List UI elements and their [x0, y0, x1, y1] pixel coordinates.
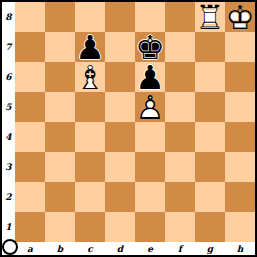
white-king-h8[interactable]: ♚♔: [225, 2, 255, 32]
file-label-g: g: [195, 242, 225, 255]
square-b2[interactable]: [45, 182, 75, 212]
square-g8[interactable]: ♜♖: [195, 2, 225, 32]
square-g4[interactable]: [195, 122, 225, 152]
square-f6[interactable]: [165, 62, 195, 92]
square-d1[interactable]: [105, 212, 135, 242]
square-c7[interactable]: ♟: [75, 32, 105, 62]
square-e2[interactable]: [135, 182, 165, 212]
square-f7[interactable]: [165, 32, 195, 62]
square-b8[interactable]: [45, 2, 75, 32]
square-c1[interactable]: [75, 212, 105, 242]
piece-fill-layer: ♜: [195, 2, 225, 32]
square-g7[interactable]: [195, 32, 225, 62]
black-pawn-c7[interactable]: ♟: [75, 32, 105, 62]
file-labels: abcdefgh: [15, 242, 255, 255]
square-h7[interactable]: [225, 32, 255, 62]
square-a6[interactable]: [15, 62, 45, 92]
piece-outline-layer: ♔: [225, 2, 255, 32]
square-a8[interactable]: [15, 2, 45, 32]
square-e1[interactable]: [135, 212, 165, 242]
square-a7[interactable]: [15, 32, 45, 62]
piece-fill-layer: ♚: [225, 2, 255, 32]
piece-outline-layer: ♙: [135, 92, 165, 122]
square-c4[interactable]: [75, 122, 105, 152]
square-f2[interactable]: [165, 182, 195, 212]
white-to-move-indicator: [2, 239, 18, 255]
rank-label-3: 3: [2, 152, 15, 182]
square-c2[interactable]: [75, 182, 105, 212]
square-g5[interactable]: [195, 92, 225, 122]
square-h8[interactable]: ♚♔: [225, 2, 255, 32]
square-c8[interactable]: [75, 2, 105, 32]
square-g6[interactable]: [195, 62, 225, 92]
square-e8[interactable]: [135, 2, 165, 32]
piece-glyph: ♟: [135, 62, 165, 92]
square-e4[interactable]: [135, 122, 165, 152]
square-d7[interactable]: [105, 32, 135, 62]
file-label-h: h: [225, 242, 255, 255]
square-d3[interactable]: [105, 152, 135, 182]
piece-outline-layer: ♗: [75, 62, 105, 92]
square-f3[interactable]: [165, 152, 195, 182]
square-e7[interactable]: ♚: [135, 32, 165, 62]
square-g2[interactable]: [195, 182, 225, 212]
square-a1[interactable]: [15, 212, 45, 242]
rank-label-5: 5: [2, 92, 15, 122]
square-h5[interactable]: [225, 92, 255, 122]
rank-label-8: 8: [2, 2, 15, 32]
black-king-e7[interactable]: ♚: [135, 32, 165, 62]
square-h2[interactable]: [225, 182, 255, 212]
square-f8[interactable]: [165, 2, 195, 32]
square-a3[interactable]: [15, 152, 45, 182]
white-bishop-c6[interactable]: ♝♗: [75, 62, 105, 92]
file-label-d: d: [105, 242, 135, 255]
square-g1[interactable]: [195, 212, 225, 242]
square-e5[interactable]: ♟♙: [135, 92, 165, 122]
piece-glyph: ♚: [135, 32, 165, 62]
black-pawn-e6[interactable]: ♟: [135, 62, 165, 92]
rank-label-7: 7: [2, 32, 15, 62]
square-h4[interactable]: [225, 122, 255, 152]
square-b1[interactable]: [45, 212, 75, 242]
square-b4[interactable]: [45, 122, 75, 152]
piece-fill-layer: ♟: [135, 92, 165, 122]
file-label-b: b: [45, 242, 75, 255]
square-c5[interactable]: [75, 92, 105, 122]
file-label-c: c: [75, 242, 105, 255]
file-label-e: e: [135, 242, 165, 255]
square-c3[interactable]: [75, 152, 105, 182]
square-e6[interactable]: ♟: [135, 62, 165, 92]
square-c6[interactable]: ♝♗: [75, 62, 105, 92]
square-h6[interactable]: [225, 62, 255, 92]
file-label-a: a: [15, 242, 45, 255]
square-d8[interactable]: [105, 2, 135, 32]
square-e3[interactable]: [135, 152, 165, 182]
square-g3[interactable]: [195, 152, 225, 182]
rank-label-6: 6: [2, 62, 15, 92]
piece-glyph: ♟: [75, 32, 105, 62]
square-b5[interactable]: [45, 92, 75, 122]
chess-board[interactable]: ♜♖♚♔♟♚♝♗♟♟♙: [15, 2, 255, 242]
square-b3[interactable]: [45, 152, 75, 182]
square-f5[interactable]: [165, 92, 195, 122]
square-b7[interactable]: [45, 32, 75, 62]
chess-diagram: 87654321 ♜♖♚♔♟♚♝♗♟♟♙ abcdefgh: [0, 0, 257, 257]
square-d6[interactable]: [105, 62, 135, 92]
square-a4[interactable]: [15, 122, 45, 152]
square-h1[interactable]: [225, 212, 255, 242]
rank-label-1: 1: [2, 212, 15, 242]
rank-label-2: 2: [2, 182, 15, 212]
square-d4[interactable]: [105, 122, 135, 152]
file-label-f: f: [165, 242, 195, 255]
piece-fill-layer: ♝: [75, 62, 105, 92]
square-f1[interactable]: [165, 212, 195, 242]
square-d5[interactable]: [105, 92, 135, 122]
piece-outline-layer: ♖: [195, 2, 225, 32]
square-a2[interactable]: [15, 182, 45, 212]
square-a5[interactable]: [15, 92, 45, 122]
square-f4[interactable]: [165, 122, 195, 152]
rank-labels: 87654321: [2, 2, 15, 242]
white-rook-g8[interactable]: ♜♖: [195, 2, 225, 32]
square-d2[interactable]: [105, 182, 135, 212]
rank-label-4: 4: [2, 122, 15, 152]
square-h3[interactable]: [225, 152, 255, 182]
square-b6[interactable]: [45, 62, 75, 92]
white-pawn-e5[interactable]: ♟♙: [135, 92, 165, 122]
